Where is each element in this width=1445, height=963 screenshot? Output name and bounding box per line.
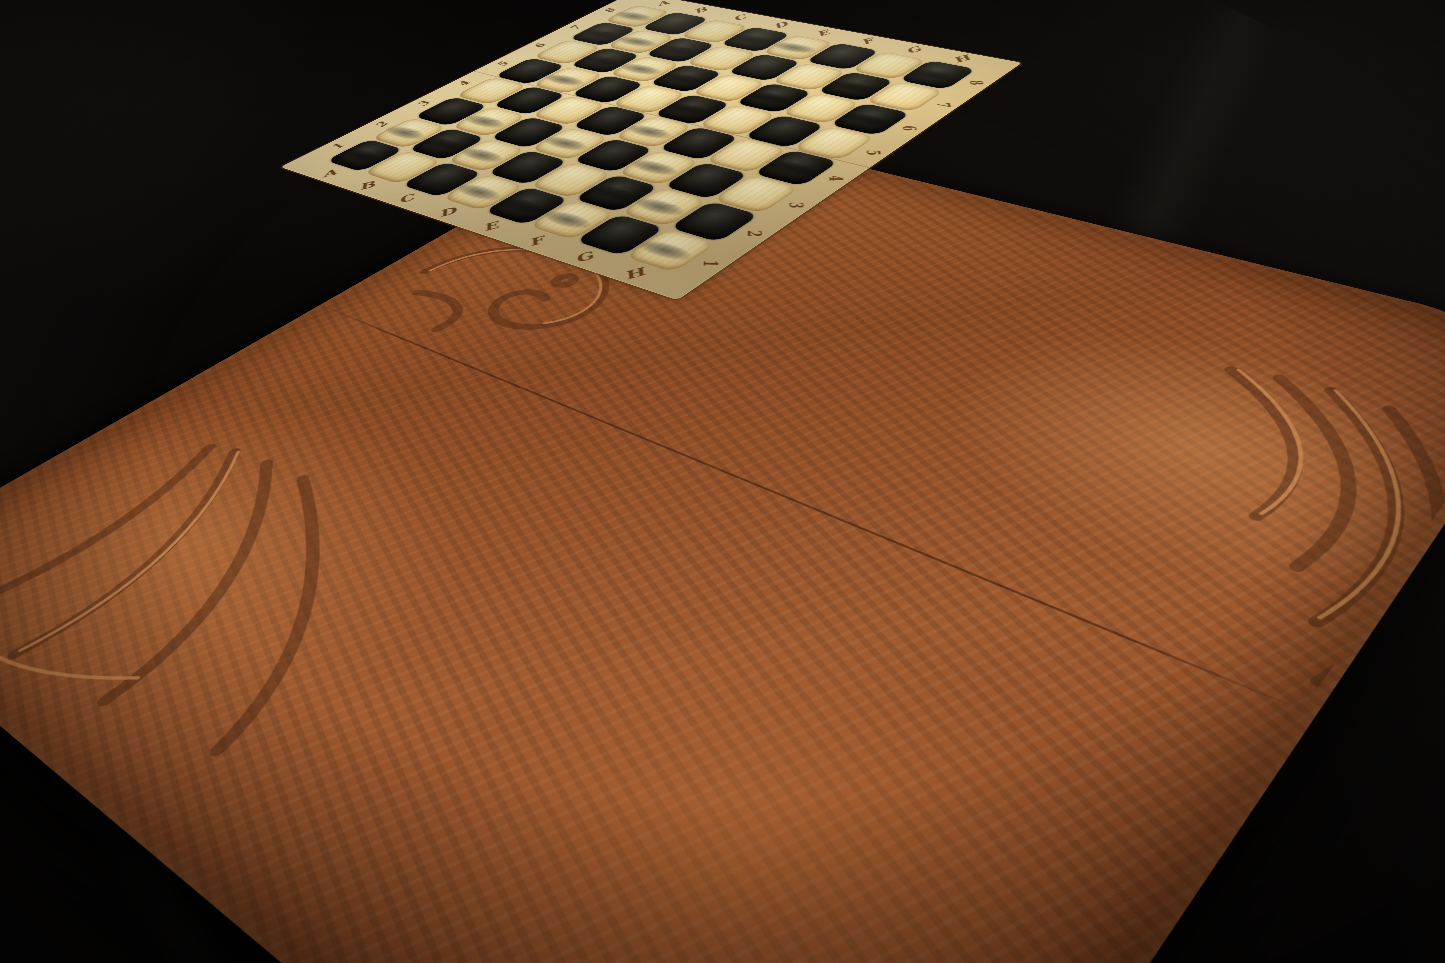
membrane-wing-carving-icon: [0, 419, 487, 804]
